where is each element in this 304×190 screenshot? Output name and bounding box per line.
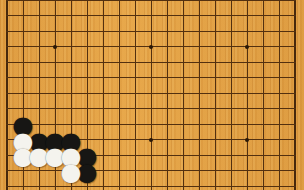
grid-line-v-8 [119,0,120,190]
grid-line-h-5 [6,62,296,63]
star-point-Q16 [245,45,249,49]
grid-line-v-11 [167,0,168,190]
star-point-K10 [149,138,153,142]
grid-line-h-7 [6,93,296,94]
grid-line-v-17 [263,0,264,190]
grid-line-h-2 [6,15,296,16]
grid-line-v-12 [183,0,184,190]
grid-line-v-16 [247,0,248,190]
star-point-Q10 [245,138,249,142]
grid-line-v-10 [151,0,152,190]
grid-line-h-6 [6,77,296,78]
grid-line-v-19 [294,0,296,190]
grid-line-v-1 [6,0,8,190]
grid-line-v-14 [215,0,216,190]
grid-line-h-9 [6,124,296,125]
go-board[interactable]: ●●●●●●●●●●●● [0,0,304,190]
grid-line-h-13 [6,186,296,187]
grid-line-h-3 [6,31,296,32]
grid-line-v-9 [135,0,136,190]
grid-line-v-18 [279,0,280,190]
grid-line-h-8 [6,108,296,109]
star-point-K16 [149,45,153,49]
grid-line-h-1 [6,0,296,1]
grid-line-h-12 [6,170,296,171]
stone-white-E8[interactable]: ● [63,163,79,179]
grid-line-v-15 [231,0,232,190]
grid-line-v-7 [103,0,104,190]
grid-line-v-13 [199,0,200,190]
star-point-D16 [53,45,57,49]
